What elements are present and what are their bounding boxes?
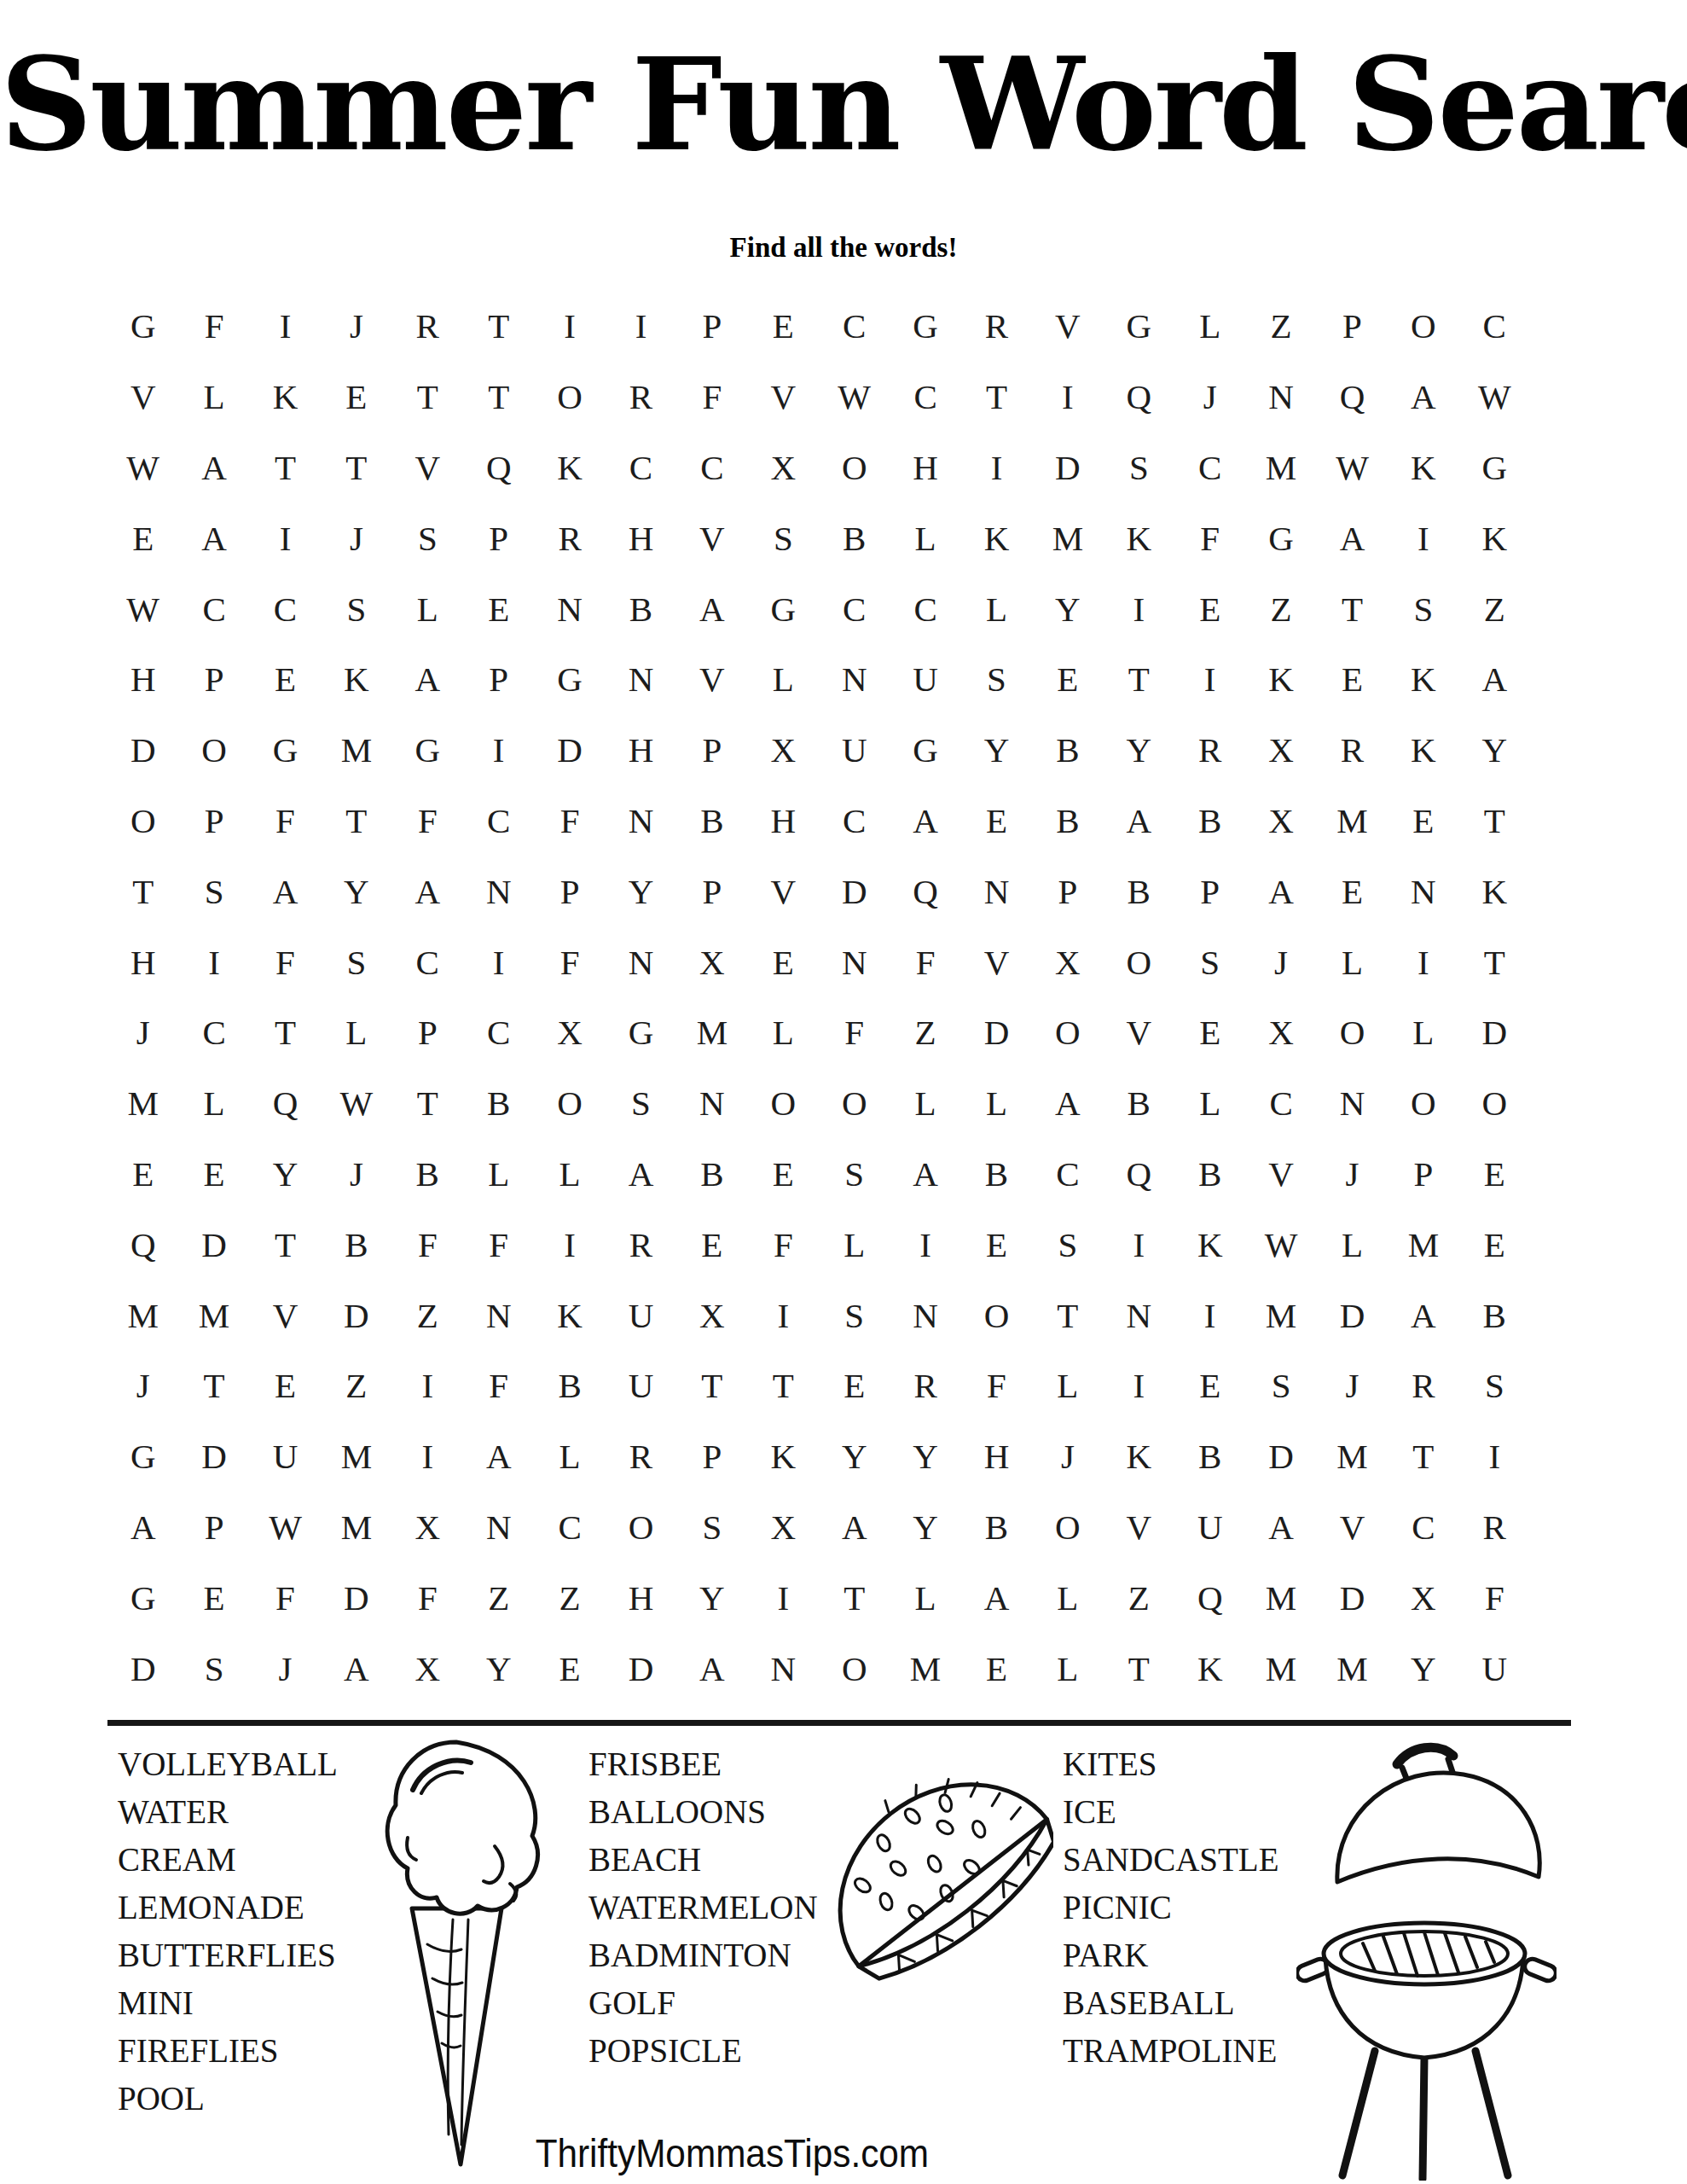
grid-cell-r18c18: V xyxy=(1317,1492,1388,1563)
grid-cell-r7c8: H xyxy=(606,715,676,786)
word-item: MINI xyxy=(118,1979,338,2027)
grid-cell-r12c17: C xyxy=(1245,1068,1316,1139)
grid-cell-r6c5: A xyxy=(392,644,463,715)
grid-cell-r8c17: X xyxy=(1245,786,1316,857)
grid-cell-r17c8: R xyxy=(606,1421,676,1492)
grid-cell-r18c4: M xyxy=(321,1492,391,1563)
grid-cell-r7c16: R xyxy=(1174,715,1245,786)
grid-cell-r4c11: B xyxy=(819,502,890,573)
grid-cell-r18c9: S xyxy=(676,1492,747,1563)
grid-cell-r10c14: X xyxy=(1032,926,1103,997)
grid-cell-r19c12: L xyxy=(890,1562,960,1633)
grid-cell-r20c14: L xyxy=(1032,1633,1103,1704)
grid-cell-r6c14: E xyxy=(1032,644,1103,715)
grid-cell-r4c1: E xyxy=(107,502,178,573)
word-item: BASEBALL xyxy=(1063,1979,1279,2027)
grid-cell-r19c7: Z xyxy=(534,1562,605,1633)
grid-cell-r9c12: Q xyxy=(890,856,960,926)
grid-cell-r5c1: W xyxy=(107,573,178,644)
grid-cell-r11c20: D xyxy=(1459,997,1530,1068)
grid-cell-r9c6: N xyxy=(463,856,534,926)
grid-cell-r10c11: N xyxy=(819,926,890,997)
word-item: SANDCASTLE xyxy=(1063,1836,1279,1884)
grid-cell-r1c18: P xyxy=(1317,291,1388,362)
grid-cell-r11c12: Z xyxy=(890,997,960,1068)
grid-cell-r17c6: A xyxy=(463,1421,534,1492)
grid-cell-r15c12: N xyxy=(890,1280,960,1350)
grid-cell-r16c13: F xyxy=(961,1350,1032,1421)
grid-cell-r5c15: I xyxy=(1104,573,1174,644)
grid-cell-r2c20: W xyxy=(1459,362,1530,433)
word-item: TRAMPOLINE xyxy=(1063,2027,1279,2075)
grid-cell-r9c4: Y xyxy=(321,856,391,926)
grid-cell-r20c7: E xyxy=(534,1633,605,1704)
grid-cell-r12c20: O xyxy=(1459,1068,1530,1139)
grid-cell-r13c19: P xyxy=(1388,1139,1458,1210)
grid-cell-r14c10: F xyxy=(748,1209,819,1280)
grid-cell-r14c11: L xyxy=(819,1209,890,1280)
grid-cell-r11c5: P xyxy=(392,997,463,1068)
grid-cell-r7c17: X xyxy=(1245,715,1316,786)
grid-cell-r8c2: P xyxy=(178,786,249,857)
grid-cell-r10c10: E xyxy=(748,926,819,997)
grid-cell-r19c16: Q xyxy=(1174,1562,1245,1633)
grid-cell-r7c5: G xyxy=(392,715,463,786)
word-item: CREAM xyxy=(118,1836,338,1884)
grid-cell-r11c4: L xyxy=(321,997,391,1068)
grid-cell-r12c9: N xyxy=(676,1068,747,1139)
grid-cell-r15c5: Z xyxy=(392,1280,463,1350)
grid-cell-r14c14: S xyxy=(1032,1209,1103,1280)
grid-cell-r6c2: P xyxy=(178,644,249,715)
grid-cell-r12c11: O xyxy=(819,1068,890,1139)
grid-cell-r9c8: Y xyxy=(606,856,676,926)
grid-cell-r6c7: G xyxy=(534,644,605,715)
grid-cell-r16c7: B xyxy=(534,1350,605,1421)
grid-cell-r7c13: Y xyxy=(961,715,1032,786)
grid-cell-r11c6: C xyxy=(463,997,534,1068)
grid-cell-r7c7: D xyxy=(534,715,605,786)
grid-cell-r8c1: O xyxy=(107,786,178,857)
grid-cell-r10c15: O xyxy=(1104,926,1174,997)
grid-cell-r20c3: J xyxy=(250,1633,321,1704)
grid-cell-r1c14: V xyxy=(1032,291,1103,362)
grid-cell-r9c14: P xyxy=(1032,856,1103,926)
grid-cell-r13c9: B xyxy=(676,1139,747,1210)
grid-cell-r14c12: I xyxy=(890,1209,960,1280)
grid-cell-r10c6: I xyxy=(463,926,534,997)
grid-cell-r7c10: X xyxy=(748,715,819,786)
grid-cell-r20c20: U xyxy=(1459,1633,1530,1704)
grid-cell-r20c2: S xyxy=(178,1633,249,1704)
grid-cell-r20c10: N xyxy=(748,1633,819,1704)
grid-cell-r20c5: X xyxy=(392,1633,463,1704)
grid-cell-r9c2: S xyxy=(178,856,249,926)
grid-cell-r18c6: N xyxy=(463,1492,534,1563)
grid-cell-r14c8: R xyxy=(606,1209,676,1280)
word-item: LEMONADE xyxy=(118,1884,338,1931)
grid-cell-r1c19: O xyxy=(1388,291,1458,362)
grid-cell-r12c3: Q xyxy=(250,1068,321,1139)
grid-cell-r11c17: X xyxy=(1245,997,1316,1068)
word-item: GOLF xyxy=(588,1979,818,2027)
grid-cell-r19c13: A xyxy=(961,1562,1032,1633)
grid-cell-r16c15: I xyxy=(1104,1350,1174,1421)
grid-cell-r1c15: G xyxy=(1104,291,1174,362)
grid-cell-r1c5: R xyxy=(392,291,463,362)
grid-cell-r13c16: B xyxy=(1174,1139,1245,1210)
grid-cell-r2c6: T xyxy=(463,362,534,433)
grid-cell-r16c4: Z xyxy=(321,1350,391,1421)
grid-cell-r3c10: X xyxy=(748,433,819,503)
grid-cell-r2c10: V xyxy=(748,362,819,433)
grid-cell-r11c19: L xyxy=(1388,997,1458,1068)
grid-cell-r9c3: A xyxy=(250,856,321,926)
grid-cell-r13c20: E xyxy=(1459,1139,1530,1210)
grid-cell-r6c12: U xyxy=(890,644,960,715)
grid-cell-r12c15: B xyxy=(1104,1068,1174,1139)
grid-cell-r8c11: C xyxy=(819,786,890,857)
grid-cell-r14c13: E xyxy=(961,1209,1032,1280)
grid-cell-r3c17: M xyxy=(1245,433,1316,503)
word-list-column-2: FRISBEEBALLOONSBEACHWATERMELONBADMINTONG… xyxy=(588,1740,818,2075)
grid-cell-r5c11: C xyxy=(819,573,890,644)
grid-cell-r18c11: A xyxy=(819,1492,890,1563)
grid-cell-r19c20: F xyxy=(1459,1562,1530,1633)
grid-cell-r6c4: K xyxy=(321,644,391,715)
grid-cell-r20c9: A xyxy=(676,1633,747,1704)
grid-cell-r6c20: A xyxy=(1459,644,1530,715)
grid-cell-r18c13: B xyxy=(961,1492,1032,1563)
word-item: POOL xyxy=(118,2075,338,2123)
grid-cell-r18c3: W xyxy=(250,1492,321,1563)
grid-cell-r9c17: A xyxy=(1245,856,1316,926)
grid-cell-r12c6: B xyxy=(463,1068,534,1139)
grid-cell-r8c4: T xyxy=(321,786,391,857)
grid-cell-r11c11: F xyxy=(819,997,890,1068)
grid-cell-r10c13: V xyxy=(961,926,1032,997)
grid-cell-r1c20: C xyxy=(1459,291,1530,362)
grid-cell-r12c10: O xyxy=(748,1068,819,1139)
grid-cell-r11c14: O xyxy=(1032,997,1103,1068)
grid-cell-r16c6: F xyxy=(463,1350,534,1421)
grid-cell-r1c7: I xyxy=(534,291,605,362)
grid-cell-r3c11: O xyxy=(819,433,890,503)
grid-cell-r6c11: N xyxy=(819,644,890,715)
grid-cell-r20c17: M xyxy=(1245,1633,1316,1704)
word-item: POPSICLE xyxy=(588,2027,818,2075)
grid-cell-r2c1: V xyxy=(107,362,178,433)
page-title: Summer Fun Word Search xyxy=(0,38,1687,172)
grid-cell-r2c16: J xyxy=(1174,362,1245,433)
grid-cell-r20c12: M xyxy=(890,1633,960,1704)
grid-cell-r8c9: B xyxy=(676,786,747,857)
grid-cell-r16c16: E xyxy=(1174,1350,1245,1421)
grid-cell-r5c2: C xyxy=(178,573,249,644)
grid-cell-r1c17: Z xyxy=(1245,291,1316,362)
grid-cell-r4c20: K xyxy=(1459,502,1530,573)
grid-cell-r15c16: I xyxy=(1174,1280,1245,1350)
grid-cell-r16c20: S xyxy=(1459,1350,1530,1421)
grid-cell-r16c11: E xyxy=(819,1350,890,1421)
grid-cell-r4c9: V xyxy=(676,502,747,573)
grid-cell-r3c1: W xyxy=(107,433,178,503)
grid-cell-r15c13: O xyxy=(961,1280,1032,1350)
grid-cell-r13c7: L xyxy=(534,1139,605,1210)
grid-cell-r15c9: X xyxy=(676,1280,747,1350)
grid-cell-r16c1: J xyxy=(107,1350,178,1421)
grid-cell-r16c8: U xyxy=(606,1350,676,1421)
grid-cell-r10c20: T xyxy=(1459,926,1530,997)
grid-cell-r4c12: L xyxy=(890,502,960,573)
grid-cell-r19c17: M xyxy=(1245,1562,1316,1633)
grid-cell-r20c4: A xyxy=(321,1633,391,1704)
word-item: BALLOONS xyxy=(588,1788,818,1836)
grid-cell-r8c6: C xyxy=(463,786,534,857)
grid-cell-r15c3: V xyxy=(250,1280,321,1350)
grid-cell-r10c7: F xyxy=(534,926,605,997)
grid-cell-r1c1: G xyxy=(107,291,178,362)
grid-cell-r15c14: T xyxy=(1032,1280,1103,1350)
grid-cell-r8c3: F xyxy=(250,786,321,857)
grid-cell-r19c4: D xyxy=(321,1562,391,1633)
grid-cell-r4c6: P xyxy=(463,502,534,573)
grid-cell-r12c8: S xyxy=(606,1068,676,1139)
grid-cell-r2c5: T xyxy=(392,362,463,433)
grid-cell-r2c7: O xyxy=(534,362,605,433)
grid-cell-r10c12: F xyxy=(890,926,960,997)
grid-cell-r18c7: C xyxy=(534,1492,605,1563)
grid-cell-r8c15: A xyxy=(1104,786,1174,857)
grid-cell-r13c12: A xyxy=(890,1139,960,1210)
grid-cell-r5c18: T xyxy=(1317,573,1388,644)
grid-cell-r12c4: W xyxy=(321,1068,391,1139)
grid-cell-r13c4: J xyxy=(321,1139,391,1210)
grid-cell-r2c15: Q xyxy=(1104,362,1174,433)
word-item: BUTTERFLIES xyxy=(118,1931,338,1979)
grid-cell-r5c12: C xyxy=(890,573,960,644)
grid-cell-r2c12: C xyxy=(890,362,960,433)
grid-cell-r5c17: Z xyxy=(1245,573,1316,644)
grid-cell-r11c13: D xyxy=(961,997,1032,1068)
watermelon-slice-icon xyxy=(800,1739,1053,1984)
grid-cell-r4c3: I xyxy=(250,502,321,573)
grid-cell-r6c1: H xyxy=(107,644,178,715)
grid-cell-r6c13: S xyxy=(961,644,1032,715)
grid-cell-r9c9: P xyxy=(676,856,747,926)
grid-cell-r15c8: U xyxy=(606,1280,676,1350)
footer-site-credit: ThriftyMommasTips.com xyxy=(0,2129,1464,2176)
grid-cell-r18c17: A xyxy=(1245,1492,1316,1563)
grid-cell-r3c18: W xyxy=(1317,433,1388,503)
grid-cell-r17c17: D xyxy=(1245,1421,1316,1492)
grid-cell-r6c10: L xyxy=(748,644,819,715)
ice-cream-cone-icon xyxy=(365,1734,548,2177)
word-item: WATER xyxy=(118,1788,338,1836)
grid-cell-r19c2: E xyxy=(178,1562,249,1633)
grid-cell-r6c19: K xyxy=(1388,644,1458,715)
grid-cell-r7c18: R xyxy=(1317,715,1388,786)
grid-cell-r9c1: T xyxy=(107,856,178,926)
grid-cell-r19c6: Z xyxy=(463,1562,534,1633)
grid-cell-r19c19: X xyxy=(1388,1562,1458,1633)
grid-cell-r4c19: I xyxy=(1388,502,1458,573)
grid-cell-r15c19: A xyxy=(1388,1280,1458,1350)
grid-cell-r19c9: Y xyxy=(676,1562,747,1633)
grid-cell-r20c1: D xyxy=(107,1633,178,1704)
grid-cell-r8c19: E xyxy=(1388,786,1458,857)
grid-cell-r5c5: L xyxy=(392,573,463,644)
grid-cell-r17c20: I xyxy=(1459,1421,1530,1492)
grid-cell-r13c13: B xyxy=(961,1139,1032,1210)
grid-cell-r14c5: F xyxy=(392,1209,463,1280)
grid-cell-r7c12: G xyxy=(890,715,960,786)
grid-cell-r19c1: G xyxy=(107,1562,178,1633)
grid-cell-r12c19: O xyxy=(1388,1068,1458,1139)
grid-cell-r20c6: Y xyxy=(463,1633,534,1704)
grid-cell-r17c12: Y xyxy=(890,1421,960,1492)
grid-cell-r13c14: C xyxy=(1032,1139,1103,1210)
grid-cell-r10c9: X xyxy=(676,926,747,997)
grid-cell-r2c8: R xyxy=(606,362,676,433)
grid-cell-r16c2: T xyxy=(178,1350,249,1421)
grid-cell-r18c19: C xyxy=(1388,1492,1458,1563)
word-item: KITES xyxy=(1063,1740,1279,1788)
grid-cell-r11c9: M xyxy=(676,997,747,1068)
grid-cell-r7c2: O xyxy=(178,715,249,786)
grid-cell-r7c11: U xyxy=(819,715,890,786)
grid-cell-r4c4: J xyxy=(321,502,391,573)
grid-cell-r12c18: N xyxy=(1317,1068,1388,1139)
grid-cell-r9c7: P xyxy=(534,856,605,926)
grid-cell-r8c12: A xyxy=(890,786,960,857)
grid-cell-r5c19: S xyxy=(1388,573,1458,644)
grid-cell-r16c14: L xyxy=(1032,1350,1103,1421)
grid-cell-r6c16: I xyxy=(1174,644,1245,715)
grid-cell-r15c10: I xyxy=(748,1280,819,1350)
grid-cell-r12c14: A xyxy=(1032,1068,1103,1139)
grid-cell-r6c9: V xyxy=(676,644,747,715)
grid-cell-r7c15: Y xyxy=(1104,715,1174,786)
grid-cell-r2c2: L xyxy=(178,362,249,433)
grid-cell-r5c13: L xyxy=(961,573,1032,644)
grid-cell-r19c3: F xyxy=(250,1562,321,1633)
word-list-column-1: VOLLEYBALLWATERCREAMLEMONADEBUTTERFLIESM… xyxy=(118,1740,338,2123)
grid-cell-r2c11: W xyxy=(819,362,890,433)
grid-cell-r13c15: Q xyxy=(1104,1139,1174,1210)
grid-cell-r10c1: H xyxy=(107,926,178,997)
charcoal-grill-icon xyxy=(1296,1730,1557,2181)
grid-cell-r12c16: L xyxy=(1174,1068,1245,1139)
grid-cell-r4c18: A xyxy=(1317,502,1388,573)
grid-cell-r16c12: R xyxy=(890,1350,960,1421)
grid-cell-r19c5: F xyxy=(392,1562,463,1633)
grid-cell-r10c5: C xyxy=(392,926,463,997)
grid-cell-r17c5: I xyxy=(392,1421,463,1492)
grid-cell-r15c15: N xyxy=(1104,1280,1174,1350)
grid-cell-r5c4: S xyxy=(321,573,391,644)
word-list-column-3: KITESICESANDCASTLEPICNICPARKBASEBALLTRAM… xyxy=(1063,1740,1279,2075)
grid-cell-r10c8: N xyxy=(606,926,676,997)
word-item: VOLLEYBALL xyxy=(118,1740,338,1788)
grid-cell-r9c11: D xyxy=(819,856,890,926)
grid-cell-r14c4: B xyxy=(321,1209,391,1280)
grid-cell-r4c7: R xyxy=(534,502,605,573)
grid-cell-r11c15: V xyxy=(1104,997,1174,1068)
grid-cell-r17c13: H xyxy=(961,1421,1032,1492)
grid-cell-r4c8: H xyxy=(606,502,676,573)
grid-cell-r10c17: J xyxy=(1245,926,1316,997)
grid-cell-r1c3: I xyxy=(250,291,321,362)
grid-cell-r1c8: I xyxy=(606,291,676,362)
grid-cell-r9c13: N xyxy=(961,856,1032,926)
grid-cell-r8c10: H xyxy=(748,786,819,857)
grid-cell-r10c16: S xyxy=(1174,926,1245,997)
grid-cell-r5c20: Z xyxy=(1459,573,1530,644)
grid-cell-r5c16: E xyxy=(1174,573,1245,644)
grid-cell-r18c12: Y xyxy=(890,1492,960,1563)
grid-cell-r3c7: K xyxy=(534,433,605,503)
grid-cell-r17c15: K xyxy=(1104,1421,1174,1492)
grid-cell-r10c19: I xyxy=(1388,926,1458,997)
grid-cell-r14c7: I xyxy=(534,1209,605,1280)
grid-cell-r3c8: C xyxy=(606,433,676,503)
grid-cell-r1c12: G xyxy=(890,291,960,362)
grid-cell-r1c2: F xyxy=(178,291,249,362)
grid-cell-r3c16: C xyxy=(1174,433,1245,503)
grid-cell-r4c2: A xyxy=(178,502,249,573)
grid-cell-r9c19: N xyxy=(1388,856,1458,926)
grid-cell-r20c15: T xyxy=(1104,1633,1174,1704)
grid-cell-r1c9: P xyxy=(676,291,747,362)
grid-cell-r7c9: P xyxy=(676,715,747,786)
grid-cell-r3c15: S xyxy=(1104,433,1174,503)
grid-cell-r13c17: V xyxy=(1245,1139,1316,1210)
grid-cell-r3c9: C xyxy=(676,433,747,503)
grid-cell-r9c10: V xyxy=(748,856,819,926)
grid-cell-r13c10: E xyxy=(748,1139,819,1210)
grid-cell-r14c19: M xyxy=(1388,1209,1458,1280)
grid-cell-r3c19: K xyxy=(1388,433,1458,503)
grid-cell-r17c16: B xyxy=(1174,1421,1245,1492)
grid-cell-r13c11: S xyxy=(819,1139,890,1210)
grid-cell-r12c13: L xyxy=(961,1068,1032,1139)
grid-cell-r20c11: O xyxy=(819,1633,890,1704)
grid-cell-r17c7: L xyxy=(534,1421,605,1492)
grid-cell-r10c2: I xyxy=(178,926,249,997)
grid-cell-r11c10: L xyxy=(748,997,819,1068)
grid-cell-r15c6: N xyxy=(463,1280,534,1350)
grid-cell-r19c15: Z xyxy=(1104,1562,1174,1633)
grid-cell-r19c18: D xyxy=(1317,1562,1388,1633)
grid-cell-r11c18: O xyxy=(1317,997,1388,1068)
grid-cell-r18c1: A xyxy=(107,1492,178,1563)
grid-cell-r17c10: K xyxy=(748,1421,819,1492)
grid-cell-r12c7: O xyxy=(534,1068,605,1139)
grid-cell-r2c18: Q xyxy=(1317,362,1388,433)
grid-cell-r2c17: N xyxy=(1245,362,1316,433)
grid-cell-r1c4: J xyxy=(321,291,391,362)
divider-rule xyxy=(107,1720,1571,1726)
word-search-page: Summer Fun Word Search Find all the word… xyxy=(0,0,1687,2184)
grid-cell-r5c8: B xyxy=(606,573,676,644)
grid-cell-r5c3: C xyxy=(250,573,321,644)
grid-cell-r14c20: E xyxy=(1459,1209,1530,1280)
grid-cell-r4c14: M xyxy=(1032,502,1103,573)
grid-cell-r6c8: N xyxy=(606,644,676,715)
grid-cell-r7c19: K xyxy=(1388,715,1458,786)
grid-cell-r5c10: G xyxy=(748,573,819,644)
